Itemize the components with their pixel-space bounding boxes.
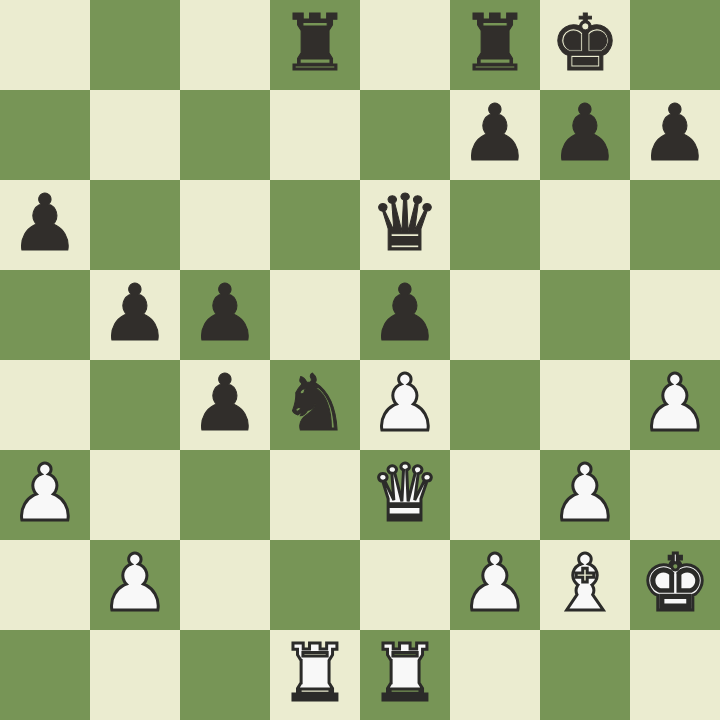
square-b5[interactable]: ♟ (90, 270, 180, 360)
piece-white-king[interactable]: ♚ (640, 544, 710, 622)
square-b7[interactable] (90, 90, 180, 180)
square-e1[interactable]: ♜ (360, 630, 450, 720)
square-g5[interactable] (540, 270, 630, 360)
square-d4[interactable]: ♞ (270, 360, 360, 450)
piece-white-pawn[interactable]: ♟ (460, 544, 530, 622)
square-a8[interactable] (0, 0, 90, 90)
piece-black-pawn[interactable]: ♟ (190, 364, 260, 442)
square-g6[interactable] (540, 180, 630, 270)
square-e6[interactable]: ♛ (360, 180, 450, 270)
square-a2[interactable] (0, 540, 90, 630)
square-b8[interactable] (90, 0, 180, 90)
square-a4[interactable] (0, 360, 90, 450)
piece-black-pawn[interactable]: ♟ (370, 274, 440, 352)
piece-white-pawn[interactable]: ♟ (370, 364, 440, 442)
square-g2[interactable]: ♝ (540, 540, 630, 630)
square-h7[interactable]: ♟ (630, 90, 720, 180)
square-g1[interactable] (540, 630, 630, 720)
square-c8[interactable] (180, 0, 270, 90)
square-a6[interactable]: ♟ (0, 180, 90, 270)
square-e8[interactable] (360, 0, 450, 90)
piece-white-queen[interactable]: ♛ (370, 454, 440, 532)
square-g7[interactable]: ♟ (540, 90, 630, 180)
square-e4[interactable]: ♟ (360, 360, 450, 450)
square-d2[interactable] (270, 540, 360, 630)
square-a1[interactable] (0, 630, 90, 720)
square-a7[interactable] (0, 90, 90, 180)
square-h6[interactable] (630, 180, 720, 270)
square-a5[interactable] (0, 270, 90, 360)
square-h5[interactable] (630, 270, 720, 360)
square-g3[interactable]: ♟ (540, 450, 630, 540)
piece-black-pawn[interactable]: ♟ (550, 94, 620, 172)
piece-black-pawn[interactable]: ♟ (190, 274, 260, 352)
piece-white-pawn[interactable]: ♟ (100, 544, 170, 622)
square-b2[interactable]: ♟ (90, 540, 180, 630)
chess-board: ♜♜♚♟♟♟♟♛♟♟♟♟♞♟♟♟♛♟♟♟♝♚♜♜ (0, 0, 720, 720)
square-c7[interactable] (180, 90, 270, 180)
piece-black-rook[interactable]: ♜ (280, 4, 350, 82)
square-c6[interactable] (180, 180, 270, 270)
square-b6[interactable] (90, 180, 180, 270)
square-d1[interactable]: ♜ (270, 630, 360, 720)
square-d3[interactable] (270, 450, 360, 540)
square-d5[interactable] (270, 270, 360, 360)
piece-black-king[interactable]: ♚ (550, 4, 620, 82)
square-f7[interactable]: ♟ (450, 90, 540, 180)
piece-black-queen[interactable]: ♛ (370, 184, 440, 262)
square-g4[interactable] (540, 360, 630, 450)
piece-white-pawn[interactable]: ♟ (550, 454, 620, 532)
square-e2[interactable] (360, 540, 450, 630)
piece-black-pawn[interactable]: ♟ (640, 94, 710, 172)
square-c5[interactable]: ♟ (180, 270, 270, 360)
square-h2[interactable]: ♚ (630, 540, 720, 630)
square-b3[interactable] (90, 450, 180, 540)
square-b4[interactable] (90, 360, 180, 450)
square-f1[interactable] (450, 630, 540, 720)
square-h8[interactable] (630, 0, 720, 90)
square-a3[interactable]: ♟ (0, 450, 90, 540)
square-f8[interactable]: ♜ (450, 0, 540, 90)
piece-white-rook[interactable]: ♜ (370, 634, 440, 712)
piece-black-pawn[interactable]: ♟ (10, 184, 80, 262)
square-f5[interactable] (450, 270, 540, 360)
square-d7[interactable] (270, 90, 360, 180)
square-f2[interactable]: ♟ (450, 540, 540, 630)
square-c1[interactable] (180, 630, 270, 720)
square-g8[interactable]: ♚ (540, 0, 630, 90)
piece-black-pawn[interactable]: ♟ (460, 94, 530, 172)
piece-white-bishop[interactable]: ♝ (550, 544, 620, 622)
piece-white-pawn[interactable]: ♟ (10, 454, 80, 532)
square-c3[interactable] (180, 450, 270, 540)
square-d6[interactable] (270, 180, 360, 270)
piece-black-pawn[interactable]: ♟ (100, 274, 170, 352)
piece-black-knight[interactable]: ♞ (280, 364, 350, 442)
piece-white-rook[interactable]: ♜ (280, 634, 350, 712)
square-c4[interactable]: ♟ (180, 360, 270, 450)
square-e3[interactable]: ♛ (360, 450, 450, 540)
square-b1[interactable] (90, 630, 180, 720)
square-h4[interactable]: ♟ (630, 360, 720, 450)
square-h3[interactable] (630, 450, 720, 540)
square-e7[interactable] (360, 90, 450, 180)
square-f4[interactable] (450, 360, 540, 450)
square-h1[interactable] (630, 630, 720, 720)
piece-white-pawn[interactable]: ♟ (640, 364, 710, 442)
square-f3[interactable] (450, 450, 540, 540)
square-e5[interactable]: ♟ (360, 270, 450, 360)
square-c2[interactable] (180, 540, 270, 630)
piece-black-rook[interactable]: ♜ (460, 4, 530, 82)
square-f6[interactable] (450, 180, 540, 270)
square-d8[interactable]: ♜ (270, 0, 360, 90)
